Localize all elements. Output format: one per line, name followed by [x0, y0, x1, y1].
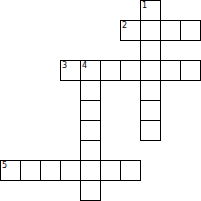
crossword-cell-r8c4[interactable]: [80, 160, 101, 181]
crossword-cell-r3c6[interactable]: [120, 60, 141, 81]
crossword-cell-r5c7[interactable]: [140, 100, 161, 121]
crossword-cell-r1c9[interactable]: [180, 20, 201, 41]
crossword-cell-r8c3[interactable]: [60, 160, 81, 181]
crossword-cell-r2c7[interactable]: [140, 40, 161, 61]
crossword-cell-r0c7[interactable]: [140, 0, 161, 21]
crossword-cell-r4c4[interactable]: [80, 80, 101, 101]
crossword-cell-r1c6[interactable]: [120, 20, 141, 41]
crossword-cell-r6c4[interactable]: [80, 120, 101, 141]
crossword-cell-r8c5[interactable]: [100, 160, 121, 181]
crossword-cell-r1c8[interactable]: [160, 20, 181, 41]
crossword-cell-r3c3[interactable]: [60, 60, 81, 81]
crossword-cell-r3c4[interactable]: [80, 60, 101, 81]
crossword-cell-r3c7[interactable]: [140, 60, 161, 81]
crossword-cell-r8c0[interactable]: [0, 160, 21, 181]
crossword-cell-r8c6[interactable]: [120, 160, 141, 181]
crossword-cell-r6c7[interactable]: [140, 120, 161, 141]
crossword-cell-r4c7[interactable]: [140, 80, 161, 101]
crossword-cell-r7c4[interactable]: [80, 140, 101, 161]
crossword-cell-r5c4[interactable]: [80, 100, 101, 121]
crossword-cell-r3c8[interactable]: [160, 60, 181, 81]
crossword-cell-r3c9[interactable]: [180, 60, 201, 81]
crossword-cell-r8c2[interactable]: [40, 160, 61, 181]
crossword-cell-r1c7[interactable]: [140, 20, 161, 41]
crossword-board: 12345: [0, 0, 201, 201]
crossword-cell-r3c5[interactable]: [100, 60, 121, 81]
crossword-cell-r8c1[interactable]: [20, 160, 41, 181]
crossword-cell-r9c4[interactable]: [80, 180, 101, 201]
